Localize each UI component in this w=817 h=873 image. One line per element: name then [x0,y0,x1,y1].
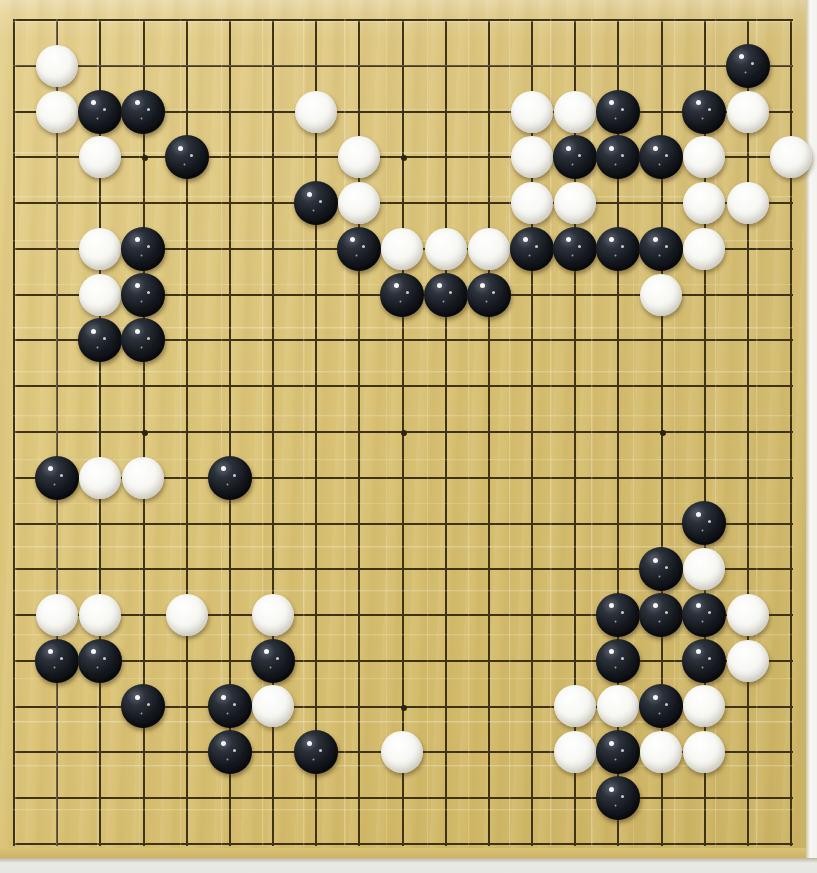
stone-white[interactable] [554,182,596,224]
stone-black[interactable] [208,730,252,774]
stone-white[interactable] [683,228,725,270]
stone-white[interactable] [295,91,337,133]
stone-black[interactable] [208,456,252,500]
stone-white[interactable] [683,136,725,178]
stone-black[interactable] [78,90,122,134]
stone-white[interactable] [640,731,682,773]
stone-black[interactable] [165,135,209,179]
stone-white[interactable] [683,731,725,773]
stone-black[interactable] [553,227,597,271]
stones-grid[interactable] [0,0,813,867]
stone-black[interactable] [294,181,338,225]
stone-white[interactable] [36,594,78,636]
stone-black[interactable] [208,684,252,728]
stone-white[interactable] [554,685,596,727]
stone-black[interactable] [121,684,165,728]
stone-white[interactable] [252,594,294,636]
stone-white[interactable] [683,182,725,224]
stone-black[interactable] [682,501,726,545]
stone-black[interactable] [510,227,554,271]
stone-white[interactable] [36,45,78,87]
go-board-photo [0,0,817,873]
stone-white[interactable] [79,594,121,636]
stone-black[interactable] [337,227,381,271]
stone-white[interactable] [554,91,596,133]
stone-black[interactable] [682,90,726,134]
stone-white[interactable] [511,182,553,224]
stone-white[interactable] [79,136,121,178]
stone-white[interactable] [166,594,208,636]
stone-black[interactable] [35,639,79,683]
stone-black[interactable] [121,318,165,362]
stone-black[interactable] [682,639,726,683]
stone-white[interactable] [770,136,812,178]
stone-black[interactable] [35,456,79,500]
stone-white[interactable] [554,731,596,773]
stone-black[interactable] [596,227,640,271]
stone-black[interactable] [596,776,640,820]
stone-black[interactable] [596,135,640,179]
stone-black[interactable] [596,593,640,637]
stone-white[interactable] [468,228,510,270]
stone-black[interactable] [596,90,640,134]
stone-white[interactable] [79,274,121,316]
stone-white[interactable] [597,685,639,727]
stone-black[interactable] [121,227,165,271]
stone-white[interactable] [511,91,553,133]
stone-white[interactable] [683,548,725,590]
stone-white[interactable] [683,685,725,727]
stone-white[interactable] [122,457,164,499]
stone-white[interactable] [338,182,380,224]
stone-black[interactable] [596,639,640,683]
stone-white[interactable] [79,457,121,499]
stone-black[interactable] [639,684,683,728]
stone-black[interactable] [596,730,640,774]
stone-black[interactable] [726,44,770,88]
stone-black[interactable] [639,227,683,271]
stone-black[interactable] [251,639,295,683]
stone-black[interactable] [639,547,683,591]
stone-white[interactable] [640,274,682,316]
stone-white[interactable] [425,228,467,270]
stone-white[interactable] [79,228,121,270]
stone-black[interactable] [639,593,683,637]
stone-white[interactable] [36,91,78,133]
stone-white[interactable] [381,228,423,270]
stone-white[interactable] [727,91,769,133]
stone-black[interactable] [682,593,726,637]
stone-black[interactable] [78,639,122,683]
stone-white[interactable] [511,136,553,178]
stone-white[interactable] [727,640,769,682]
stone-white[interactable] [727,594,769,636]
stone-white[interactable] [381,731,423,773]
stone-black[interactable] [121,273,165,317]
stone-white[interactable] [338,136,380,178]
stone-black[interactable] [78,318,122,362]
stone-black[interactable] [424,273,468,317]
stone-black[interactable] [553,135,597,179]
stone-white[interactable] [727,182,769,224]
stone-white[interactable] [252,685,294,727]
stone-black[interactable] [467,273,511,317]
stone-black[interactable] [121,90,165,134]
stone-black[interactable] [639,135,683,179]
stone-black[interactable] [294,730,338,774]
stone-black[interactable] [380,273,424,317]
